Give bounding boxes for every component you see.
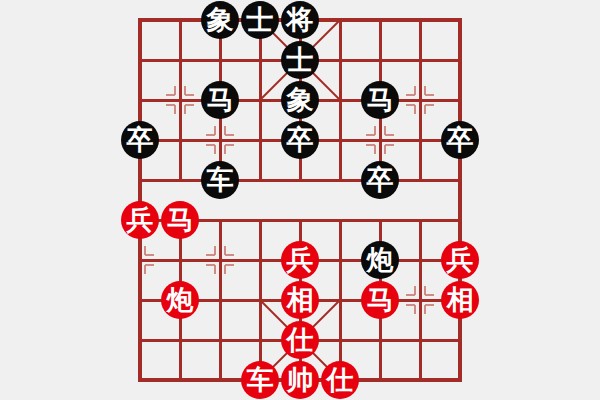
- black-soldier[interactable]: 卒: [121, 121, 159, 159]
- pieces-layer: 象士将士马象马卒卒卒车卒兵马兵炮兵炮相马相仕车帅仕: [0, 0, 600, 400]
- black-elephant[interactable]: 象: [201, 1, 239, 39]
- red-horse[interactable]: 马: [161, 201, 199, 239]
- red-soldier[interactable]: 兵: [441, 241, 479, 279]
- red-soldier[interactable]: 兵: [121, 201, 159, 239]
- black-horse[interactable]: 马: [361, 81, 399, 119]
- black-advisor[interactable]: 士: [281, 41, 319, 79]
- red-horse[interactable]: 马: [361, 281, 399, 319]
- black-advisor[interactable]: 士: [241, 1, 279, 39]
- black-horse[interactable]: 马: [201, 81, 239, 119]
- black-soldier[interactable]: 卒: [441, 121, 479, 159]
- red-soldier[interactable]: 兵: [281, 241, 319, 279]
- red-elephant[interactable]: 相: [441, 281, 479, 319]
- black-elephant[interactable]: 象: [281, 81, 319, 119]
- red-chariot[interactable]: 车: [241, 361, 279, 399]
- red-cannon[interactable]: 炮: [161, 281, 199, 319]
- black-cannon[interactable]: 炮: [361, 241, 399, 279]
- black-chariot[interactable]: 车: [201, 161, 239, 199]
- black-soldier[interactable]: 卒: [281, 121, 319, 159]
- red-general[interactable]: 帅: [281, 361, 319, 399]
- red-advisor[interactable]: 仕: [321, 361, 359, 399]
- red-elephant[interactable]: 相: [281, 281, 319, 319]
- xiangqi-board[interactable]: 象士将士马象马卒卒卒车卒兵马兵炮兵炮相马相仕车帅仕: [0, 0, 600, 400]
- black-general[interactable]: 将: [281, 1, 319, 39]
- black-soldier[interactable]: 卒: [361, 161, 399, 199]
- red-advisor[interactable]: 仕: [281, 321, 319, 359]
